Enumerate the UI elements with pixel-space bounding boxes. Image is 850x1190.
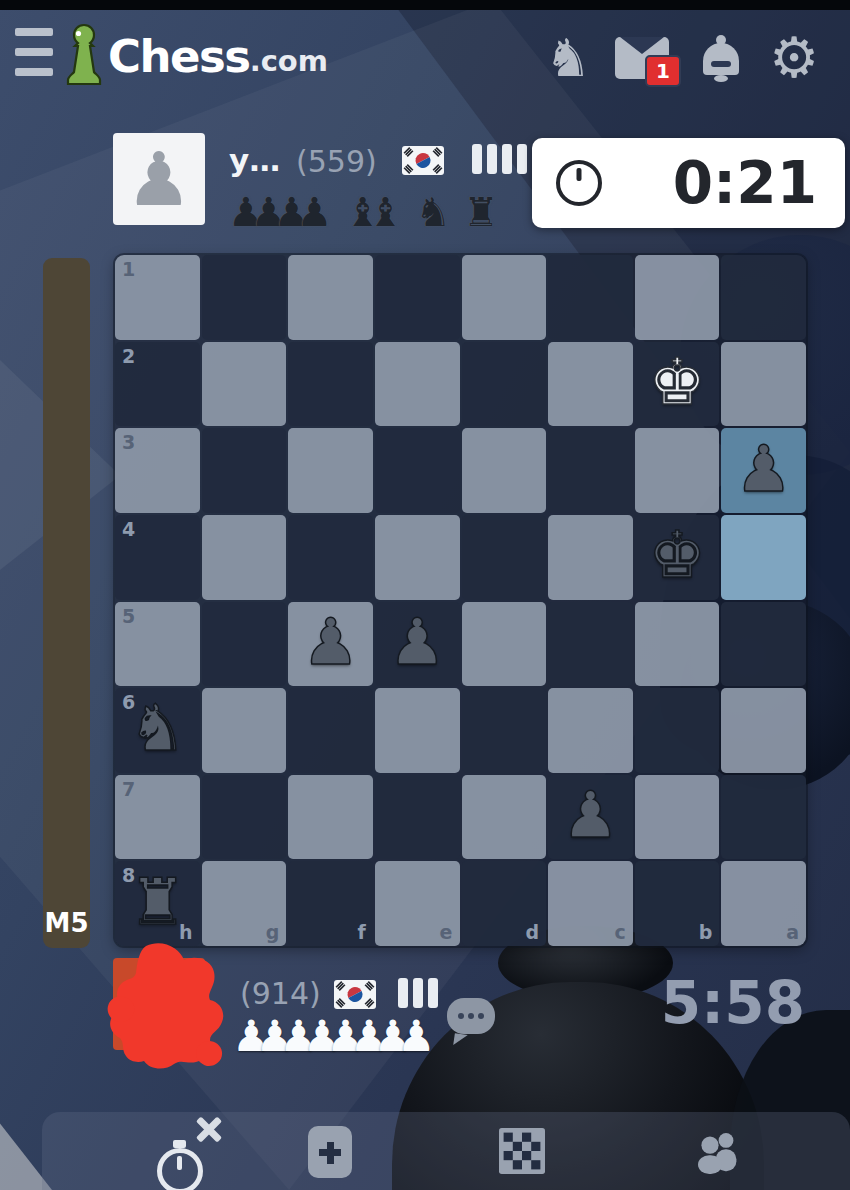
captured-pawns: ♟♟♟♟ [228, 192, 332, 232]
rank-label: 1 [122, 260, 135, 279]
square-b5[interactable] [635, 602, 720, 687]
square-e6[interactable] [375, 688, 460, 773]
redaction-scribble [86, 938, 256, 1096]
file-label: d [526, 923, 540, 942]
bell-icon [701, 35, 741, 81]
captured-pieces-bottom: ♟♟♟♟♟♟♟♟ [232, 1006, 448, 1058]
square-a4[interactable] [721, 515, 806, 600]
rank-label: 3 [122, 433, 135, 452]
square-h7[interactable]: 7 [115, 775, 200, 860]
square-a2[interactable] [721, 342, 806, 427]
new-game-icon[interactable] [308, 1126, 352, 1178]
square-h2[interactable]: 2 [115, 342, 200, 427]
messages-badge: 1 [645, 55, 681, 87]
square-f5[interactable]: ♟ [288, 602, 373, 687]
top-player-rating: (559) [296, 144, 377, 179]
square-d5[interactable] [462, 602, 547, 687]
evaluation-label: M5 [43, 908, 90, 938]
square-e1[interactable] [375, 255, 460, 340]
square-a7[interactable] [721, 775, 806, 860]
square-e2[interactable] [375, 342, 460, 427]
piece-black-knight[interactable]: ♞ [129, 696, 186, 760]
piece-black-pawn[interactable]: ♟ [562, 783, 619, 847]
file-label: g [266, 923, 280, 942]
square-b1[interactable] [635, 255, 720, 340]
square-a6[interactable] [721, 688, 806, 773]
square-h4[interactable]: 4 [115, 515, 200, 600]
square-c3[interactable] [548, 428, 633, 513]
clock-icon [556, 160, 602, 206]
square-a1[interactable] [721, 255, 806, 340]
square-b7[interactable] [635, 775, 720, 860]
captured-bishops: ♝♝ [344, 192, 403, 232]
square-f8[interactable]: f [288, 861, 373, 946]
play-icon[interactable]: ♞ [540, 10, 596, 106]
file-label: c [614, 923, 625, 942]
square-h8[interactable]: 8h♜ [115, 861, 200, 946]
file-label: a [786, 923, 799, 942]
connection-bars-bottom [398, 978, 438, 1008]
square-h3[interactable]: 3 [115, 428, 200, 513]
square-e3[interactable] [375, 428, 460, 513]
square-c5[interactable] [548, 602, 633, 687]
friends-icon[interactable] [692, 1128, 744, 1178]
square-a5[interactable] [721, 602, 806, 687]
piece-black-king[interactable]: ♚ [648, 523, 705, 587]
finish-board-icon[interactable] [499, 1128, 545, 1178]
south-korea-flag-icon [402, 146, 444, 175]
piece-black-pawn[interactable]: ♟ [735, 437, 792, 501]
captured-pawns: ♟♟♟♟♟♟♟♟ [232, 1015, 436, 1058]
square-a3[interactable]: ♟ [721, 428, 806, 513]
square-g5[interactable] [202, 602, 287, 687]
top-clock-time: 0:21 [602, 154, 817, 212]
status-bar [0, 0, 850, 10]
square-c2[interactable] [548, 342, 633, 427]
square-h1[interactable]: 1 [115, 255, 200, 340]
square-g2[interactable] [202, 342, 287, 427]
rank-label: 7 [122, 780, 135, 799]
square-a8[interactable]: a [721, 861, 806, 946]
file-label: e [440, 923, 453, 942]
app-screen: Chess .com ♞ 1 ⚙ ♟ y… (559) [0, 0, 850, 1190]
settings-icon[interactable]: ⚙ [766, 10, 822, 106]
square-g6[interactable] [202, 688, 287, 773]
square-h6[interactable]: 6♞ [115, 688, 200, 773]
piece-black-pawn[interactable]: ♟ [302, 610, 359, 674]
notifications-icon[interactable] [698, 10, 744, 106]
square-d7[interactable] [462, 775, 547, 860]
captured-knights: ♞ [415, 192, 451, 232]
logo-suffix: .com [250, 44, 328, 78]
bottom-player-clock: 5:58 [610, 974, 805, 1032]
chat-icon[interactable] [447, 998, 495, 1038]
messages-icon[interactable]: 1 [612, 10, 672, 106]
square-g3[interactable] [202, 428, 287, 513]
file-label: b [699, 923, 713, 942]
menu-icon[interactable] [15, 28, 53, 78]
square-f6[interactable] [288, 688, 373, 773]
bottom-toolbar [42, 1112, 850, 1190]
rank-label: 2 [122, 347, 135, 366]
top-player-clock: 0:21 [532, 138, 845, 228]
square-b2[interactable]: ♚ [635, 342, 720, 427]
square-g8[interactable]: g [202, 861, 287, 946]
square-c4[interactable] [548, 515, 633, 600]
square-d6[interactable] [462, 688, 547, 773]
square-d3[interactable] [462, 428, 547, 513]
square-e5[interactable]: ♟ [375, 602, 460, 687]
file-label: f [358, 923, 366, 942]
square-f7[interactable] [288, 775, 373, 860]
square-b4[interactable]: ♚ [635, 515, 720, 600]
logo-pawn-icon [62, 22, 106, 90]
piece-black-pawn[interactable]: ♟ [389, 610, 446, 674]
square-c1[interactable] [548, 255, 633, 340]
square-b6[interactable] [635, 688, 720, 773]
square-d2[interactable] [462, 342, 547, 427]
square-e7[interactable] [375, 775, 460, 860]
square-d4[interactable] [462, 515, 547, 600]
rank-label: 5 [122, 607, 135, 626]
square-g1[interactable] [202, 255, 287, 340]
square-c7[interactable]: ♟ [548, 775, 633, 860]
top-bar: Chess .com ♞ 1 ⚙ [0, 10, 850, 106]
logo-text: Chess [108, 34, 250, 79]
evaluation-bar: M5 [43, 258, 90, 948]
avatar-top-player[interactable]: ♟ [113, 133, 205, 225]
square-f3[interactable] [288, 428, 373, 513]
chess-board[interactable]: 12♚3♟4♚5♟♟6♞7♟8h♜gfedcba [115, 255, 806, 946]
square-f4[interactable] [288, 515, 373, 600]
square-b3[interactable] [635, 428, 720, 513]
captured-rooks: ♜ [463, 192, 499, 232]
square-f2[interactable] [288, 342, 373, 427]
square-b8[interactable]: b [635, 861, 720, 946]
square-e4[interactable] [375, 515, 460, 600]
captured-pieces-top: ♟♟♟♟♝♝♞♜ [228, 186, 511, 232]
square-d1[interactable] [462, 255, 547, 340]
piece-white-king[interactable]: ♚ [648, 350, 705, 414]
top-player-name[interactable]: y… [229, 142, 280, 178]
square-g7[interactable] [202, 775, 287, 860]
square-g4[interactable] [202, 515, 287, 600]
square-c6[interactable] [548, 688, 633, 773]
piece-black-rook[interactable]: ♜ [129, 870, 186, 934]
square-d8[interactable]: d [462, 861, 547, 946]
square-e8[interactable]: e [375, 861, 460, 946]
chesscom-logo[interactable]: Chess .com [62, 16, 328, 96]
rank-label: 4 [122, 520, 135, 539]
envelope-icon: 1 [615, 37, 669, 79]
south-korea-flag-icon [334, 980, 376, 1009]
square-f1[interactable] [288, 255, 373, 340]
square-h5[interactable]: 5 [115, 602, 200, 687]
square-c8[interactable]: c [548, 861, 633, 946]
stopwatch-icon[interactable] [157, 1140, 203, 1190]
connection-bars-top [472, 144, 527, 174]
cancel-icon[interactable] [192, 1112, 226, 1146]
